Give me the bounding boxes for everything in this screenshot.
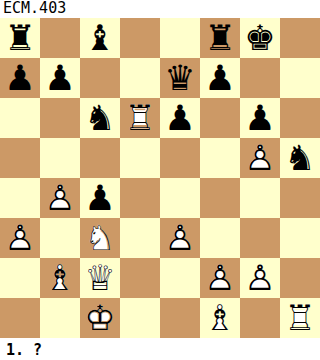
black-king-icon: ♚ [240, 18, 280, 58]
piece-black-king[interactable]: ♚ [240, 18, 280, 58]
square-c7[interactable] [80, 58, 120, 98]
square-f6[interactable] [200, 98, 240, 138]
piece-white-pawn[interactable]: ♟♙ [40, 178, 80, 218]
piece-white-queen[interactable]: ♛♕ [80, 258, 120, 298]
square-e6[interactable]: ♟ [160, 98, 200, 138]
square-h6[interactable] [280, 98, 320, 138]
square-h1[interactable]: ♜♖ [280, 298, 320, 338]
square-f5[interactable] [200, 138, 240, 178]
piece-white-pawn[interactable]: ♟♙ [240, 258, 280, 298]
piece-black-pawn[interactable]: ♟ [240, 98, 280, 138]
white-rook-outline-icon: ♖ [120, 98, 160, 138]
piece-white-pawn[interactable]: ♟♙ [160, 218, 200, 258]
piece-black-pawn[interactable]: ♟ [0, 58, 40, 98]
piece-white-knight[interactable]: ♞♘ [80, 218, 120, 258]
square-a1[interactable] [0, 298, 40, 338]
white-queen-outline-icon: ♕ [80, 258, 120, 298]
white-pawn-outline-icon: ♙ [200, 258, 240, 298]
black-bishop-icon: ♝ [80, 18, 120, 58]
black-rook-icon: ♜ [0, 18, 40, 58]
square-h4[interactable] [280, 178, 320, 218]
square-f2[interactable]: ♟♙ [200, 258, 240, 298]
piece-white-pawn[interactable]: ♟♙ [200, 258, 240, 298]
square-e4[interactable] [160, 178, 200, 218]
piece-black-pawn[interactable]: ♟ [200, 58, 240, 98]
square-b1[interactable] [40, 298, 80, 338]
square-d3[interactable] [120, 218, 160, 258]
black-pawn-icon: ♟ [200, 58, 240, 98]
square-d4[interactable] [120, 178, 160, 218]
square-f4[interactable] [200, 178, 240, 218]
square-g5[interactable]: ♟♙ [240, 138, 280, 178]
square-d6[interactable]: ♜♖ [120, 98, 160, 138]
square-b3[interactable] [40, 218, 80, 258]
piece-white-rook[interactable]: ♜♖ [120, 98, 160, 138]
square-e3[interactable]: ♟♙ [160, 218, 200, 258]
white-bishop-outline-icon: ♗ [200, 298, 240, 338]
square-d8[interactable] [120, 18, 160, 58]
square-h7[interactable] [280, 58, 320, 98]
square-a2[interactable] [0, 258, 40, 298]
square-d5[interactable] [120, 138, 160, 178]
square-g4[interactable] [240, 178, 280, 218]
square-c5[interactable] [80, 138, 120, 178]
piece-black-pawn[interactable]: ♟ [160, 98, 200, 138]
square-a3[interactable]: ♟♙ [0, 218, 40, 258]
black-pawn-icon: ♟ [40, 58, 80, 98]
square-e7[interactable]: ♛ [160, 58, 200, 98]
square-a5[interactable] [0, 138, 40, 178]
square-g2[interactable]: ♟♙ [240, 258, 280, 298]
square-g8[interactable]: ♚ [240, 18, 280, 58]
white-pawn-outline-icon: ♙ [0, 218, 40, 258]
square-g3[interactable] [240, 218, 280, 258]
square-e8[interactable] [160, 18, 200, 58]
square-c2[interactable]: ♛♕ [80, 258, 120, 298]
square-f7[interactable]: ♟ [200, 58, 240, 98]
white-knight-outline-icon: ♘ [80, 218, 120, 258]
square-f8[interactable]: ♜ [200, 18, 240, 58]
square-a7[interactable]: ♟ [0, 58, 40, 98]
piece-black-bishop[interactable]: ♝ [80, 18, 120, 58]
piece-black-knight[interactable]: ♞ [280, 138, 320, 178]
move-prompt: 1. ? [0, 338, 320, 360]
square-d1[interactable] [120, 298, 160, 338]
black-pawn-icon: ♟ [160, 98, 200, 138]
black-pawn-icon: ♟ [80, 178, 120, 218]
black-pawn-icon: ♟ [240, 98, 280, 138]
white-pawn-outline-icon: ♙ [240, 138, 280, 178]
square-h5[interactable]: ♞ [280, 138, 320, 178]
square-f3[interactable] [200, 218, 240, 258]
square-d7[interactable] [120, 58, 160, 98]
square-g6[interactable]: ♟ [240, 98, 280, 138]
piece-white-king[interactable]: ♚♔ [80, 298, 120, 338]
square-c1[interactable]: ♚♔ [80, 298, 120, 338]
piece-white-bishop[interactable]: ♝♗ [200, 298, 240, 338]
piece-black-queen[interactable]: ♛ [160, 58, 200, 98]
piece-black-pawn[interactable]: ♟ [40, 58, 80, 98]
chess-board: ♜♝♜♚♟♟♛♟♞♜♖♟♟♟♙♞♟♙♟♟♙♞♘♟♙♝♗♛♕♟♙♟♙♚♔♝♗♜♖ [0, 18, 320, 338]
square-b5[interactable] [40, 138, 80, 178]
white-pawn-outline-icon: ♙ [240, 258, 280, 298]
black-queen-icon: ♛ [160, 58, 200, 98]
white-rook-outline-icon: ♖ [280, 298, 320, 338]
white-pawn-outline-icon: ♙ [40, 178, 80, 218]
square-a6[interactable] [0, 98, 40, 138]
piece-black-rook[interactable]: ♜ [0, 18, 40, 58]
square-e2[interactable] [160, 258, 200, 298]
white-bishop-outline-icon: ♗ [40, 258, 80, 298]
piece-white-rook[interactable]: ♜♖ [280, 298, 320, 338]
piece-white-pawn[interactable]: ♟♙ [0, 218, 40, 258]
black-rook-icon: ♜ [200, 18, 240, 58]
square-f1[interactable]: ♝♗ [200, 298, 240, 338]
square-h2[interactable] [280, 258, 320, 298]
square-a8[interactable]: ♜ [0, 18, 40, 58]
square-b4[interactable]: ♟♙ [40, 178, 80, 218]
square-b2[interactable]: ♝♗ [40, 258, 80, 298]
square-b8[interactable] [40, 18, 80, 58]
square-e1[interactable] [160, 298, 200, 338]
square-d2[interactable] [120, 258, 160, 298]
square-c8[interactable]: ♝ [80, 18, 120, 58]
white-king-outline-icon: ♔ [80, 298, 120, 338]
square-c6[interactable]: ♞ [80, 98, 120, 138]
square-h3[interactable] [280, 218, 320, 258]
black-knight-icon: ♞ [80, 98, 120, 138]
square-a4[interactable] [0, 178, 40, 218]
chess-diagram-window: ECM.403 ♜♝♜♚♟♟♛♟♞♜♖♟♟♟♙♞♟♙♟♟♙♞♘♟♙♝♗♛♕♟♙♟… [0, 0, 320, 360]
square-g7[interactable] [240, 58, 280, 98]
black-pawn-icon: ♟ [0, 58, 40, 98]
piece-white-bishop[interactable]: ♝♗ [40, 258, 80, 298]
black-knight-icon: ♞ [280, 138, 320, 178]
square-c3[interactable]: ♞♘ [80, 218, 120, 258]
square-e5[interactable] [160, 138, 200, 178]
piece-white-pawn[interactable]: ♟♙ [240, 138, 280, 178]
page-title: ECM.403 [0, 0, 320, 18]
square-g1[interactable] [240, 298, 280, 338]
piece-black-rook[interactable]: ♜ [200, 18, 240, 58]
piece-black-pawn[interactable]: ♟ [80, 178, 120, 218]
square-c4[interactable]: ♟ [80, 178, 120, 218]
piece-black-knight[interactable]: ♞ [80, 98, 120, 138]
white-pawn-outline-icon: ♙ [160, 218, 200, 258]
square-h8[interactable] [280, 18, 320, 58]
square-b6[interactable] [40, 98, 80, 138]
square-b7[interactable]: ♟ [40, 58, 80, 98]
